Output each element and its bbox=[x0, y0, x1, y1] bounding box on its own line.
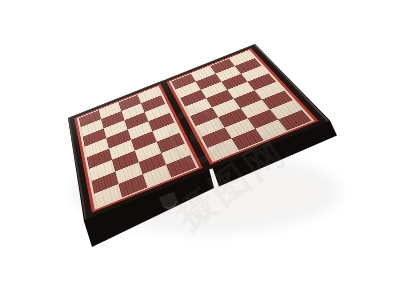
photo-stage: 摄图网 bbox=[0, 0, 402, 300]
